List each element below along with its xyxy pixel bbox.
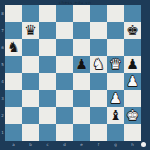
chess-board[interactable]: ♛♚♞♟♞♛♟♟♟♝♚ bbox=[5, 5, 141, 141]
square-c5[interactable] bbox=[39, 56, 56, 73]
square-d6[interactable] bbox=[56, 39, 73, 56]
square-c2[interactable] bbox=[39, 107, 56, 124]
square-a8[interactable] bbox=[5, 5, 22, 22]
file-label-h: h bbox=[124, 141, 141, 150]
square-b6[interactable] bbox=[22, 39, 39, 56]
square-h4[interactable]: ♟ bbox=[124, 73, 141, 90]
square-e8[interactable] bbox=[73, 5, 90, 22]
square-d4[interactable] bbox=[56, 73, 73, 90]
square-h5[interactable]: ♟ bbox=[124, 56, 141, 73]
square-g8[interactable] bbox=[107, 5, 124, 22]
square-a3[interactable] bbox=[5, 90, 22, 107]
square-d8[interactable] bbox=[56, 5, 73, 22]
square-b3[interactable] bbox=[22, 90, 39, 107]
square-b1[interactable] bbox=[22, 124, 39, 141]
square-f7[interactable] bbox=[90, 22, 107, 39]
square-f2[interactable] bbox=[90, 107, 107, 124]
white-king[interactable]: ♚ bbox=[124, 107, 141, 124]
rank-label-7: 7 bbox=[0, 22, 5, 39]
file-label-c: c bbox=[39, 141, 56, 150]
square-c8[interactable] bbox=[39, 5, 56, 22]
square-f5[interactable]: ♞ bbox=[90, 56, 107, 73]
square-e3[interactable] bbox=[73, 90, 90, 107]
file-label-g: g bbox=[107, 141, 124, 150]
square-a1[interactable] bbox=[5, 124, 22, 141]
file-label-a: a bbox=[5, 141, 22, 150]
square-h7[interactable]: ♚ bbox=[124, 22, 141, 39]
file-label-b: b bbox=[22, 141, 39, 150]
rank-label-2: 2 bbox=[0, 107, 5, 124]
corner-logo-dot bbox=[141, 142, 146, 147]
rank-label-1: 1 bbox=[0, 124, 5, 141]
rank-label-4: 4 bbox=[0, 73, 5, 90]
square-a5[interactable] bbox=[5, 56, 22, 73]
square-f8[interactable] bbox=[90, 5, 107, 22]
square-h1[interactable] bbox=[124, 124, 141, 141]
white-knight[interactable]: ♞ bbox=[90, 56, 107, 73]
white-queen[interactable]: ♛ bbox=[107, 56, 124, 73]
square-a7[interactable] bbox=[5, 22, 22, 39]
square-b5[interactable] bbox=[22, 56, 39, 73]
square-h6[interactable] bbox=[124, 39, 141, 56]
square-f1[interactable] bbox=[90, 124, 107, 141]
square-a2[interactable] bbox=[5, 107, 22, 124]
square-h8[interactable] bbox=[124, 5, 141, 22]
file-label-e: e bbox=[73, 141, 90, 150]
rank-label-3: 3 bbox=[0, 90, 5, 107]
square-b8[interactable] bbox=[22, 5, 39, 22]
square-g1[interactable] bbox=[107, 124, 124, 141]
black-queen[interactable]: ♛ bbox=[22, 22, 39, 39]
square-c6[interactable] bbox=[39, 39, 56, 56]
square-d2[interactable] bbox=[56, 107, 73, 124]
square-e1[interactable] bbox=[73, 124, 90, 141]
square-d5[interactable] bbox=[56, 56, 73, 73]
square-d1[interactable] bbox=[56, 124, 73, 141]
square-d3[interactable] bbox=[56, 90, 73, 107]
file-label-f: f bbox=[90, 141, 107, 150]
square-c1[interactable] bbox=[39, 124, 56, 141]
white-pawn[interactable]: ♟ bbox=[124, 73, 141, 90]
rank-label-6: 6 bbox=[0, 39, 5, 56]
square-b7[interactable]: ♛ bbox=[22, 22, 39, 39]
square-f6[interactable] bbox=[90, 39, 107, 56]
white-pawn[interactable]: ♟ bbox=[107, 90, 124, 107]
square-g6[interactable] bbox=[107, 39, 124, 56]
black-knight[interactable]: ♞ bbox=[5, 39, 22, 56]
square-e5[interactable]: ♟ bbox=[73, 56, 90, 73]
square-f4[interactable] bbox=[90, 73, 107, 90]
square-g3[interactable]: ♟ bbox=[107, 90, 124, 107]
square-f3[interactable] bbox=[90, 90, 107, 107]
file-label-d: d bbox=[56, 141, 73, 150]
rank-label-8: 8 bbox=[0, 5, 5, 22]
rank-label-5: 5 bbox=[0, 56, 5, 73]
square-c4[interactable] bbox=[39, 73, 56, 90]
square-g5[interactable]: ♛ bbox=[107, 56, 124, 73]
black-pawn[interactable]: ♟ bbox=[73, 56, 90, 73]
square-e6[interactable] bbox=[73, 39, 90, 56]
square-b2[interactable] bbox=[22, 107, 39, 124]
square-a6[interactable]: ♞ bbox=[5, 39, 22, 56]
square-e4[interactable] bbox=[73, 73, 90, 90]
square-h3[interactable] bbox=[124, 90, 141, 107]
square-g7[interactable] bbox=[107, 22, 124, 39]
black-king[interactable]: ♚ bbox=[124, 22, 141, 39]
square-h2[interactable]: ♚ bbox=[124, 107, 141, 124]
black-pawn[interactable]: ♟ bbox=[124, 56, 141, 73]
square-d7[interactable] bbox=[56, 22, 73, 39]
square-c3[interactable] bbox=[39, 90, 56, 107]
square-c7[interactable] bbox=[39, 22, 56, 39]
square-a4[interactable] bbox=[5, 73, 22, 90]
square-e7[interactable] bbox=[73, 22, 90, 39]
chessboard-frame: chess.edu.vn ♛ ♛♚♞♟♞♛♟♟♟♝♚ 87654321 abcd… bbox=[0, 0, 150, 150]
square-e2[interactable] bbox=[73, 107, 90, 124]
square-g4[interactable] bbox=[107, 73, 124, 90]
black-bishop[interactable]: ♝ bbox=[107, 107, 124, 124]
square-b4[interactable] bbox=[22, 73, 39, 90]
square-g2[interactable]: ♝ bbox=[107, 107, 124, 124]
